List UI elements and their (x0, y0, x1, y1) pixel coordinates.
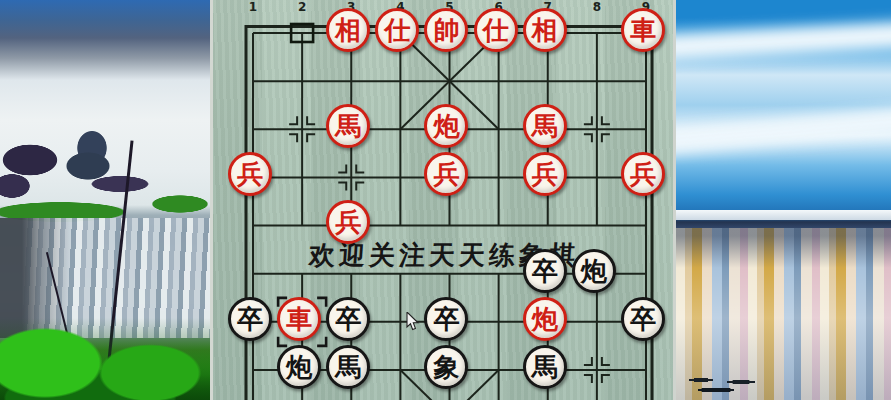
piece-red-cannon[interactable]: 炮 (424, 104, 468, 148)
piece-black-soldier[interactable]: 卒 (326, 297, 370, 341)
piece-black-soldier[interactable]: 卒 (523, 249, 567, 293)
piece-red-elephant[interactable]: 相 (326, 8, 370, 52)
cloud-streak (655, 21, 891, 61)
piece-black-soldier[interactable]: 卒 (621, 297, 665, 341)
piece-red-soldier[interactable]: 兵 (424, 152, 468, 196)
piece-red-cannon[interactable]: 炮 (523, 297, 567, 341)
mouse-cursor (406, 312, 420, 332)
trees-silhouette (0, 108, 210, 223)
waterfall-crest (676, 210, 891, 220)
piece-red-chariot-selected[interactable]: 車 (277, 297, 321, 341)
background-waterfall-right (676, 0, 891, 400)
piece-black-elephant[interactable]: 象 (424, 345, 468, 389)
piece-black-horse[interactable]: 馬 (523, 345, 567, 389)
piece-red-soldier[interactable]: 兵 (228, 152, 272, 196)
piece-red-soldier[interactable]: 兵 (326, 200, 370, 244)
piece-black-cannon[interactable]: 炮 (572, 249, 616, 293)
piece-red-horse[interactable]: 馬 (326, 104, 370, 148)
piece-red-soldier[interactable]: 兵 (621, 152, 665, 196)
foliage-left (0, 288, 210, 400)
piece-black-horse[interactable]: 馬 (326, 345, 370, 389)
plant-silhouette (686, 372, 766, 400)
piece-red-elephant[interactable]: 相 (523, 8, 567, 52)
screenshot-stage: 123456789 欢迎关注天天练象棋 相仕帥仕相車馬炮馬兵兵兵兵兵卒炮卒車卒卒… (0, 0, 891, 400)
xiangqi-board[interactable]: 123456789 欢迎关注天天练象棋 相仕帥仕相車馬炮馬兵兵兵兵兵卒炮卒車卒卒… (210, 0, 676, 400)
piece-red-chariot[interactable]: 車 (621, 8, 665, 52)
background-waterfall-left (0, 0, 210, 400)
piece-black-soldier[interactable]: 卒 (424, 297, 468, 341)
pieces-grid: 相仕帥仕相車馬炮馬兵兵兵兵兵卒炮卒車卒卒炮卒炮馬象馬 (225, 6, 667, 400)
piece-red-horse[interactable]: 馬 (523, 104, 567, 148)
piece-red-advisor[interactable]: 仕 (474, 8, 518, 52)
piece-red-soldier[interactable]: 兵 (523, 152, 567, 196)
piece-black-cannon[interactable]: 炮 (277, 345, 321, 389)
cloud-streak (655, 107, 891, 156)
piece-black-soldier[interactable]: 卒 (228, 297, 272, 341)
piece-red-general[interactable]: 帥 (424, 8, 468, 52)
piece-red-advisor[interactable]: 仕 (375, 8, 419, 52)
